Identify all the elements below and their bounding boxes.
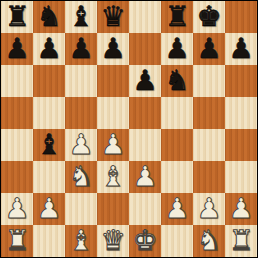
square-f8[interactable]: ♜ — [161, 1, 193, 33]
square-c6[interactable] — [65, 65, 97, 97]
white-bishop[interactable]: ♝ — [65, 225, 97, 257]
square-b1[interactable] — [33, 225, 65, 257]
white-pawn[interactable]: ♟ — [193, 193, 225, 225]
square-e2[interactable] — [129, 193, 161, 225]
black-pawn[interactable]: ♟ — [65, 33, 97, 65]
square-g1[interactable]: ♞ — [193, 225, 225, 257]
square-e3[interactable]: ♟ — [129, 161, 161, 193]
square-c7[interactable]: ♟ — [65, 33, 97, 65]
chess-board-frame: ♜♞♝♛♜♚♟♟♟♟♟♟♟♟♞♝♟♟♞♝♟♟♟♟♟♟♜♝♛♚♞♜ — [0, 0, 258, 258]
white-pawn[interactable]: ♟ — [33, 193, 65, 225]
square-e7[interactable] — [129, 33, 161, 65]
square-a2[interactable]: ♟ — [1, 193, 33, 225]
square-h3[interactable] — [225, 161, 257, 193]
square-f5[interactable] — [161, 97, 193, 129]
white-knight[interactable]: ♞ — [193, 225, 225, 257]
square-a5[interactable] — [1, 97, 33, 129]
square-e6[interactable]: ♟ — [129, 65, 161, 97]
white-pawn[interactable]: ♟ — [129, 161, 161, 193]
black-pawn[interactable]: ♟ — [225, 33, 257, 65]
square-f3[interactable] — [161, 161, 193, 193]
square-f6[interactable]: ♞ — [161, 65, 193, 97]
square-g6[interactable] — [193, 65, 225, 97]
square-f7[interactable]: ♟ — [161, 33, 193, 65]
square-h8[interactable] — [225, 1, 257, 33]
white-bishop[interactable]: ♝ — [97, 161, 129, 193]
square-c4[interactable]: ♟ — [65, 129, 97, 161]
black-bishop[interactable]: ♝ — [65, 1, 97, 33]
square-c2[interactable] — [65, 193, 97, 225]
square-g8[interactable]: ♚ — [193, 1, 225, 33]
square-h1[interactable]: ♜ — [225, 225, 257, 257]
black-pawn[interactable]: ♟ — [1, 33, 33, 65]
square-c5[interactable] — [65, 97, 97, 129]
square-f1[interactable] — [161, 225, 193, 257]
square-e4[interactable] — [129, 129, 161, 161]
square-g3[interactable] — [193, 161, 225, 193]
black-pawn[interactable]: ♟ — [161, 33, 193, 65]
white-queen[interactable]: ♛ — [97, 225, 129, 257]
square-d1[interactable]: ♛ — [97, 225, 129, 257]
square-b3[interactable] — [33, 161, 65, 193]
square-g2[interactable]: ♟ — [193, 193, 225, 225]
square-b2[interactable]: ♟ — [33, 193, 65, 225]
square-a8[interactable]: ♜ — [1, 1, 33, 33]
black-pawn[interactable]: ♟ — [193, 33, 225, 65]
chess-board: ♜♞♝♛♜♚♟♟♟♟♟♟♟♟♞♝♟♟♞♝♟♟♟♟♟♟♜♝♛♚♞♜ — [1, 1, 257, 257]
white-pawn[interactable]: ♟ — [225, 193, 257, 225]
square-b5[interactable] — [33, 97, 65, 129]
black-pawn[interactable]: ♟ — [97, 33, 129, 65]
square-b8[interactable]: ♞ — [33, 1, 65, 33]
black-queen[interactable]: ♛ — [97, 1, 129, 33]
black-rook[interactable]: ♜ — [1, 1, 33, 33]
square-b4[interactable]: ♝ — [33, 129, 65, 161]
square-d6[interactable] — [97, 65, 129, 97]
square-h5[interactable] — [225, 97, 257, 129]
black-pawn[interactable]: ♟ — [33, 33, 65, 65]
square-f4[interactable] — [161, 129, 193, 161]
square-d7[interactable]: ♟ — [97, 33, 129, 65]
square-b6[interactable] — [33, 65, 65, 97]
square-a1[interactable]: ♜ — [1, 225, 33, 257]
white-rook[interactable]: ♜ — [1, 225, 33, 257]
square-e5[interactable] — [129, 97, 161, 129]
white-pawn[interactable]: ♟ — [1, 193, 33, 225]
square-c1[interactable]: ♝ — [65, 225, 97, 257]
square-c3[interactable]: ♞ — [65, 161, 97, 193]
square-d2[interactable] — [97, 193, 129, 225]
square-d3[interactable]: ♝ — [97, 161, 129, 193]
white-pawn[interactable]: ♟ — [65, 129, 97, 161]
square-g5[interactable] — [193, 97, 225, 129]
square-b7[interactable]: ♟ — [33, 33, 65, 65]
white-knight[interactable]: ♞ — [65, 161, 97, 193]
square-f2[interactable]: ♟ — [161, 193, 193, 225]
white-pawn[interactable]: ♟ — [161, 193, 193, 225]
white-rook[interactable]: ♜ — [225, 225, 257, 257]
black-knight[interactable]: ♞ — [161, 65, 193, 97]
square-d8[interactable]: ♛ — [97, 1, 129, 33]
black-knight[interactable]: ♞ — [33, 1, 65, 33]
square-a4[interactable] — [1, 129, 33, 161]
square-g4[interactable] — [193, 129, 225, 161]
square-a6[interactable] — [1, 65, 33, 97]
black-bishop[interactable]: ♝ — [33, 129, 65, 161]
square-e8[interactable] — [129, 1, 161, 33]
square-a3[interactable] — [1, 161, 33, 193]
black-pawn[interactable]: ♟ — [129, 65, 161, 97]
square-a7[interactable]: ♟ — [1, 33, 33, 65]
square-c8[interactable]: ♝ — [65, 1, 97, 33]
square-h2[interactable]: ♟ — [225, 193, 257, 225]
square-h6[interactable] — [225, 65, 257, 97]
square-h7[interactable]: ♟ — [225, 33, 257, 65]
black-king[interactable]: ♚ — [193, 1, 225, 33]
white-pawn[interactable]: ♟ — [97, 129, 129, 161]
square-e1[interactable]: ♚ — [129, 225, 161, 257]
black-rook[interactable]: ♜ — [161, 1, 193, 33]
white-king[interactable]: ♚ — [129, 225, 161, 257]
square-d4[interactable]: ♟ — [97, 129, 129, 161]
square-h4[interactable] — [225, 129, 257, 161]
square-d5[interactable] — [97, 97, 129, 129]
square-g7[interactable]: ♟ — [193, 33, 225, 65]
